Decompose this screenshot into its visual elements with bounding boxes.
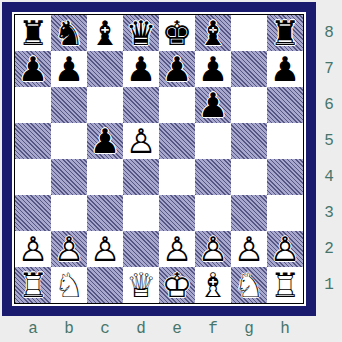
piece-white-pawn[interactable]: ♟♙ (195, 231, 231, 267)
square-d6[interactable] (123, 87, 159, 123)
square-b1[interactable]: ♞♘ (51, 267, 87, 303)
piece-black-pawn[interactable]: ♙♟ (51, 51, 87, 87)
file-labels: a b c d e f g h (15, 316, 303, 342)
square-c3[interactable] (87, 195, 123, 231)
file-label-a: a (15, 316, 51, 342)
piece-black-pawn[interactable]: ♙♟ (195, 87, 231, 123)
square-e4[interactable] (159, 159, 195, 195)
piece-black-bishop[interactable]: ♗♝ (195, 15, 231, 51)
piece-white-pawn[interactable]: ♟♙ (231, 231, 267, 267)
piece-outline-layer: ♟ (195, 87, 231, 123)
piece-outline-layer: ♝ (195, 15, 231, 51)
square-b6[interactable] (51, 87, 87, 123)
piece-outline-layer: ♙ (267, 231, 303, 267)
piece-black-knight[interactable]: ♘♞ (51, 15, 87, 51)
square-g1[interactable]: ♞♘ (231, 267, 267, 303)
piece-outline-layer: ♘ (51, 267, 87, 303)
piece-white-pawn[interactable]: ♟♙ (51, 231, 87, 267)
square-e7[interactable]: ♙♟ (159, 51, 195, 87)
piece-white-rook[interactable]: ♜♖ (15, 267, 51, 303)
chessboard: ♖♜♘♞♗♝♕♛♔♚♗♝♖♜♙♟♙♟♙♟♙♟♙♟♙♟♙♟♙♟♟♙♟♙♟♙♟♙♟♙… (15, 15, 303, 303)
piece-outline-layer: ♝ (87, 15, 123, 51)
rank-label-1: 1 (316, 267, 342, 303)
piece-black-queen[interactable]: ♕♛ (123, 15, 159, 51)
piece-outline-layer: ♙ (123, 123, 159, 159)
piece-black-pawn[interactable]: ♙♟ (195, 51, 231, 87)
file-label-b: b (51, 316, 87, 342)
piece-white-knight[interactable]: ♞♘ (231, 267, 267, 303)
piece-black-pawn[interactable]: ♙♟ (267, 51, 303, 87)
square-f5[interactable] (195, 123, 231, 159)
square-b5[interactable] (51, 123, 87, 159)
piece-outline-layer: ♙ (195, 231, 231, 267)
file-label-g: g (231, 316, 267, 342)
square-e2[interactable]: ♟♙ (159, 231, 195, 267)
piece-outline-layer: ♔ (159, 267, 195, 303)
square-h4[interactable] (267, 159, 303, 195)
piece-outline-layer: ♙ (51, 231, 87, 267)
file-label-d: d (123, 316, 159, 342)
frame-white-line: ♖♜♘♞♗♝♕♛♔♚♗♝♖♜♙♟♙♟♙♟♙♟♙♟♙♟♙♟♙♟♟♙♟♙♟♙♟♙♟♙… (12, 12, 306, 306)
square-c6[interactable] (87, 87, 123, 123)
square-c4[interactable] (87, 159, 123, 195)
piece-outline-layer: ♜ (267, 15, 303, 51)
square-f8[interactable]: ♗♝ (195, 15, 231, 51)
piece-outline-layer: ♚ (159, 15, 195, 51)
piece-outline-layer: ♖ (15, 267, 51, 303)
piece-outline-layer: ♙ (231, 231, 267, 267)
rank-label-4: 4 (316, 159, 342, 195)
square-b8[interactable]: ♘♞ (51, 15, 87, 51)
square-f2[interactable]: ♟♙ (195, 231, 231, 267)
rank-label-6: 6 (316, 87, 342, 123)
square-a4[interactable] (15, 159, 51, 195)
rank-label-8: 8 (316, 15, 342, 51)
piece-outline-layer: ♜ (15, 15, 51, 51)
rank-label-5: 5 (316, 123, 342, 159)
square-b7[interactable]: ♙♟ (51, 51, 87, 87)
rank-label-2: 2 (316, 231, 342, 267)
file-label-c: c (87, 316, 123, 342)
piece-outline-layer: ♟ (15, 51, 51, 87)
square-h2[interactable]: ♟♙ (267, 231, 303, 267)
square-d3[interactable] (123, 195, 159, 231)
piece-outline-layer: ♟ (159, 51, 195, 87)
piece-outline-layer: ♟ (87, 123, 123, 159)
square-h8[interactable]: ♖♜ (267, 15, 303, 51)
square-f1[interactable]: ♝♗ (195, 267, 231, 303)
square-h6[interactable] (267, 87, 303, 123)
frame-black-line: ♖♜♘♞♗♝♕♛♔♚♗♝♖♜♙♟♙♟♙♟♙♟♙♟♙♟♙♟♙♟♟♙♟♙♟♙♟♙♟♙… (14, 14, 304, 304)
square-h3[interactable] (267, 195, 303, 231)
square-a1[interactable]: ♜♖ (15, 267, 51, 303)
square-g2[interactable]: ♟♙ (231, 231, 267, 267)
piece-outline-layer: ♕ (123, 267, 159, 303)
piece-white-knight[interactable]: ♞♘ (51, 267, 87, 303)
piece-outline-layer: ♟ (195, 51, 231, 87)
piece-white-pawn[interactable]: ♟♙ (123, 123, 159, 159)
piece-black-pawn[interactable]: ♙♟ (123, 51, 159, 87)
file-label-f: f (195, 316, 231, 342)
piece-black-pawn[interactable]: ♙♟ (15, 51, 51, 87)
square-e3[interactable] (159, 195, 195, 231)
piece-white-rook[interactable]: ♜♖ (267, 267, 303, 303)
piece-white-bishop[interactable]: ♝♗ (195, 267, 231, 303)
square-a7[interactable]: ♙♟ (15, 51, 51, 87)
square-b3[interactable] (51, 195, 87, 231)
square-e1[interactable]: ♚♔ (159, 267, 195, 303)
piece-black-pawn[interactable]: ♙♟ (87, 123, 123, 159)
square-g4[interactable] (231, 159, 267, 195)
piece-black-pawn[interactable]: ♙♟ (159, 51, 195, 87)
square-d5[interactable]: ♟♙ (123, 123, 159, 159)
piece-white-pawn[interactable]: ♟♙ (267, 231, 303, 267)
square-e5[interactable] (159, 123, 195, 159)
piece-white-pawn[interactable]: ♟♙ (159, 231, 195, 267)
piece-black-rook[interactable]: ♖♜ (267, 15, 303, 51)
square-a5[interactable] (15, 123, 51, 159)
square-e8[interactable]: ♔♚ (159, 15, 195, 51)
square-g3[interactable] (231, 195, 267, 231)
square-a6[interactable] (15, 87, 51, 123)
rank-label-3: 3 (316, 195, 342, 231)
rank-labels: 8 7 6 5 4 3 2 1 (316, 15, 342, 303)
square-d8[interactable]: ♕♛ (123, 15, 159, 51)
square-c1[interactable] (87, 267, 123, 303)
square-c8[interactable]: ♗♝ (87, 15, 123, 51)
square-c7[interactable] (87, 51, 123, 87)
square-f4[interactable] (195, 159, 231, 195)
square-f7[interactable]: ♙♟ (195, 51, 231, 87)
piece-outline-layer: ♟ (267, 51, 303, 87)
square-c2[interactable]: ♟♙ (87, 231, 123, 267)
piece-outline-layer: ♟ (123, 51, 159, 87)
piece-outline-layer: ♛ (123, 15, 159, 51)
file-label-h: h (267, 316, 303, 342)
board-frame: ♖♜♘♞♗♝♕♛♔♚♗♝♖♜♙♟♙♟♙♟♙♟♙♟♙♟♙♟♙♟♟♙♟♙♟♙♟♙♟♙… (2, 2, 316, 316)
piece-outline-layer: ♘ (231, 267, 267, 303)
square-f6[interactable]: ♙♟ (195, 87, 231, 123)
square-g8[interactable] (231, 15, 267, 51)
piece-black-king[interactable]: ♔♚ (159, 15, 195, 51)
rank-label-7: 7 (316, 51, 342, 87)
square-a8[interactable]: ♖♜ (15, 15, 51, 51)
square-h1[interactable]: ♜♖ (267, 267, 303, 303)
square-g5[interactable] (231, 123, 267, 159)
square-a3[interactable] (15, 195, 51, 231)
square-h5[interactable] (267, 123, 303, 159)
piece-black-bishop[interactable]: ♗♝ (87, 15, 123, 51)
square-d4[interactable] (123, 159, 159, 195)
piece-outline-layer: ♙ (15, 231, 51, 267)
piece-outline-layer: ♟ (51, 51, 87, 87)
square-b4[interactable] (51, 159, 87, 195)
square-h7[interactable]: ♙♟ (267, 51, 303, 87)
square-f3[interactable] (195, 195, 231, 231)
piece-outline-layer: ♙ (87, 231, 123, 267)
piece-white-king[interactable]: ♚♔ (159, 267, 195, 303)
piece-outline-layer: ♗ (195, 267, 231, 303)
square-g6[interactable] (231, 87, 267, 123)
piece-outline-layer: ♖ (267, 267, 303, 303)
square-a2[interactable]: ♟♙ (15, 231, 51, 267)
square-d1[interactable]: ♛♕ (123, 267, 159, 303)
piece-outline-layer: ♙ (159, 231, 195, 267)
square-d7[interactable]: ♙♟ (123, 51, 159, 87)
square-c5[interactable]: ♙♟ (87, 123, 123, 159)
file-label-e: e (159, 316, 195, 342)
piece-outline-layer: ♞ (51, 15, 87, 51)
piece-white-pawn[interactable]: ♟♙ (87, 231, 123, 267)
square-d2[interactable] (123, 231, 159, 267)
piece-white-queen[interactable]: ♛♕ (123, 267, 159, 303)
chess-diagram: ♖♜♘♞♗♝♕♛♔♚♗♝♖♜♙♟♙♟♙♟♙♟♙♟♙♟♙♟♙♟♟♙♟♙♟♙♟♙♟♙… (0, 0, 342, 342)
piece-white-pawn[interactable]: ♟♙ (15, 231, 51, 267)
piece-black-rook[interactable]: ♖♜ (15, 15, 51, 51)
square-g7[interactable] (231, 51, 267, 87)
square-b2[interactable]: ♟♙ (51, 231, 87, 267)
square-e6[interactable] (159, 87, 195, 123)
